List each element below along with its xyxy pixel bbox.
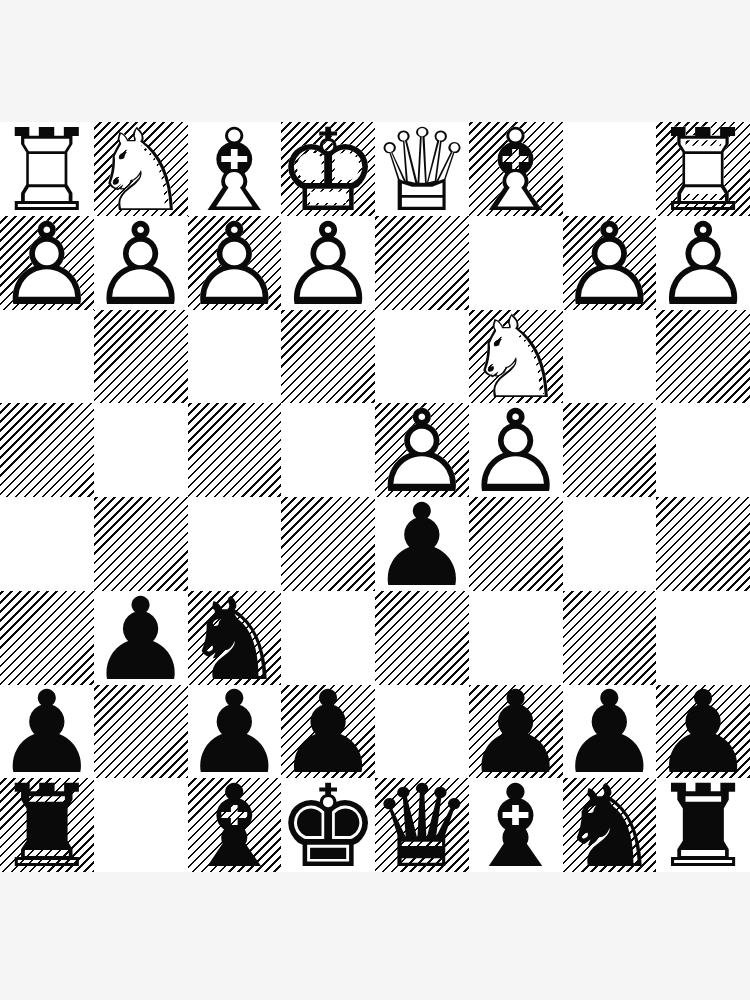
white-pawn: ♟♙ (469, 403, 563, 497)
square-e3 (281, 310, 375, 404)
square-h2: ♟♙ (0, 216, 94, 310)
black-pawn: ♟ (375, 497, 469, 591)
square-c5 (469, 497, 563, 591)
square-d1: ♛♕ (375, 122, 469, 216)
black-king: ♚ (281, 778, 375, 872)
square-e5 (281, 497, 375, 591)
square-g2: ♟♙ (94, 216, 188, 310)
white-bishop-outline: ♗ (469, 124, 563, 218)
black-rook-glyph: ♜ (0, 780, 94, 874)
white-pawn-outline: ♙ (0, 218, 94, 312)
square-e8: ♚ (281, 778, 375, 872)
square-d5: ♟ (375, 497, 469, 591)
white-pawn: ♟♙ (656, 216, 750, 310)
white-pawn-outline: ♙ (656, 218, 750, 312)
square-e4 (281, 403, 375, 497)
square-a8: ♜ (656, 778, 750, 872)
black-queen: ♛ (375, 778, 469, 872)
square-d6 (375, 591, 469, 685)
square-a2: ♟♙ (656, 216, 750, 310)
white-pawn: ♟♙ (563, 216, 657, 310)
square-a3 (656, 310, 750, 404)
square-f3 (188, 310, 282, 404)
square-b2: ♟♙ (563, 216, 657, 310)
square-d2 (375, 216, 469, 310)
black-bishop-glyph: ♝ (188, 780, 282, 874)
black-pawn-glyph: ♟ (375, 499, 469, 593)
black-knight: ♞ (563, 778, 657, 872)
square-f4 (188, 403, 282, 497)
white-pawn-outline: ♙ (563, 218, 657, 312)
white-bishop: ♝♗ (469, 122, 563, 216)
square-f8: ♝ (188, 778, 282, 872)
white-pawn-outline: ♙ (188, 218, 282, 312)
square-h5 (0, 497, 94, 591)
black-bishop: ♝ (188, 778, 282, 872)
square-g8 (94, 778, 188, 872)
square-a5 (656, 497, 750, 591)
white-pawn: ♟♙ (281, 216, 375, 310)
square-b3 (563, 310, 657, 404)
square-e2: ♟♙ (281, 216, 375, 310)
square-h8: ♜ (0, 778, 94, 872)
black-knight-glyph: ♞ (563, 780, 657, 874)
white-pawn: ♟♙ (94, 216, 188, 310)
square-c4: ♟♙ (469, 403, 563, 497)
black-pawn-glyph: ♟ (94, 593, 188, 687)
white-pawn-outline: ♙ (94, 218, 188, 312)
square-g4 (94, 403, 188, 497)
square-g7 (94, 685, 188, 779)
square-g6: ♟ (94, 591, 188, 685)
white-queen: ♛♕ (375, 122, 469, 216)
white-pawn-outline: ♙ (281, 218, 375, 312)
black-rook-glyph: ♜ (656, 780, 750, 874)
square-a4 (656, 403, 750, 497)
white-pawn-outline: ♙ (469, 405, 563, 499)
white-pawn: ♟♙ (188, 216, 282, 310)
black-rook: ♜ (656, 778, 750, 872)
black-pawn: ♟ (94, 591, 188, 685)
square-b5 (563, 497, 657, 591)
black-bishop: ♝ (469, 778, 563, 872)
square-c8: ♝ (469, 778, 563, 872)
black-bishop-glyph: ♝ (469, 780, 563, 874)
square-f2: ♟♙ (188, 216, 282, 310)
black-king-glyph: ♚ (281, 780, 375, 874)
black-rook: ♜ (0, 778, 94, 872)
square-h3 (0, 310, 94, 404)
square-b8: ♞ (563, 778, 657, 872)
square-g3 (94, 310, 188, 404)
white-queen-outline: ♕ (375, 124, 469, 218)
chess-board: ♜♖♞♘♝♗♚♔♛♕♝♗♜♖♟♙♟♙♟♙♟♙♟♙♟♙♞♘♟♙♟♙♟♟♞♟♟♟♟♟… (0, 122, 750, 872)
square-b4 (563, 403, 657, 497)
chess-diagram-page: ♜♖♞♘♝♗♚♔♛♕♝♗♜♖♟♙♟♙♟♙♟♙♟♙♟♙♞♘♟♙♟♙♟♟♞♟♟♟♟♟… (0, 0, 750, 1000)
square-c1: ♝♗ (469, 122, 563, 216)
square-d8: ♛ (375, 778, 469, 872)
white-pawn: ♟♙ (0, 216, 94, 310)
black-queen-glyph: ♛ (375, 780, 469, 874)
square-h4 (0, 403, 94, 497)
